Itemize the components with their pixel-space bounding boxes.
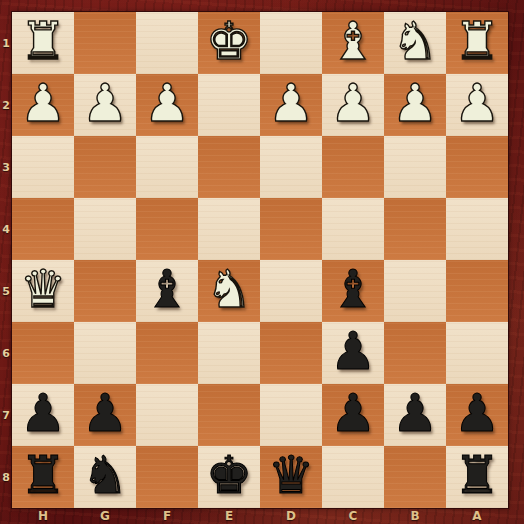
rank-label-7: 7 (0, 384, 12, 446)
white-pawn-a2[interactable]: ♟ (454, 77, 501, 129)
square-g7[interactable]: ♟ (74, 384, 136, 446)
square-g1[interactable] (74, 12, 136, 74)
file-label-h: H (12, 508, 74, 524)
black-pawn-b7[interactable]: ♟ (392, 387, 439, 439)
square-c4[interactable] (322, 198, 384, 260)
black-knight-g8[interactable]: ♞ (82, 449, 129, 501)
square-e2[interactable] (198, 74, 260, 136)
black-rook-a8[interactable]: ♜ (454, 449, 501, 501)
square-f3[interactable] (136, 136, 198, 198)
square-h8[interactable]: ♜ (12, 446, 74, 508)
square-g6[interactable] (74, 322, 136, 384)
square-b6[interactable] (384, 322, 446, 384)
square-d4[interactable] (260, 198, 322, 260)
file-label-a: A (446, 508, 508, 524)
square-b1[interactable]: ♞ (384, 12, 446, 74)
square-h1[interactable]: ♜ (12, 12, 74, 74)
square-h2[interactable]: ♟ (12, 74, 74, 136)
white-knight-b1[interactable]: ♞ (392, 15, 439, 67)
square-b3[interactable] (384, 136, 446, 198)
white-knight-e5[interactable]: ♞ (206, 263, 253, 315)
square-g5[interactable] (74, 260, 136, 322)
square-a7[interactable]: ♟ (446, 384, 508, 446)
square-f7[interactable] (136, 384, 198, 446)
black-king-e8[interactable]: ♚ (206, 449, 253, 501)
square-h7[interactable]: ♟ (12, 384, 74, 446)
square-g8[interactable]: ♞ (74, 446, 136, 508)
white-bishop-c1[interactable]: ♝ (330, 15, 377, 67)
square-b8[interactable] (384, 446, 446, 508)
square-e5[interactable]: ♞ (198, 260, 260, 322)
black-bishop-f5[interactable]: ♝ (144, 263, 191, 315)
black-pawn-g7[interactable]: ♟ (82, 387, 129, 439)
square-f8[interactable] (136, 446, 198, 508)
white-pawn-f2[interactable]: ♟ (144, 77, 191, 129)
square-c1[interactable]: ♝ (322, 12, 384, 74)
rank-label-5: 5 (0, 260, 12, 322)
square-a1[interactable]: ♜ (446, 12, 508, 74)
black-rook-h8[interactable]: ♜ (20, 449, 67, 501)
rank-label-2: 2 (0, 74, 12, 136)
rank-label-3: 3 (0, 136, 12, 198)
white-pawn-h2[interactable]: ♟ (20, 77, 67, 129)
square-c6[interactable]: ♟ (322, 322, 384, 384)
square-b5[interactable] (384, 260, 446, 322)
square-d3[interactable] (260, 136, 322, 198)
square-e6[interactable] (198, 322, 260, 384)
square-a3[interactable] (446, 136, 508, 198)
square-d2[interactable]: ♟ (260, 74, 322, 136)
black-pawn-a7[interactable]: ♟ (454, 387, 501, 439)
square-b2[interactable]: ♟ (384, 74, 446, 136)
square-a6[interactable] (446, 322, 508, 384)
rank-label-1: 1 (0, 12, 12, 74)
square-c2[interactable]: ♟ (322, 74, 384, 136)
square-d1[interactable] (260, 12, 322, 74)
square-f2[interactable]: ♟ (136, 74, 198, 136)
square-h6[interactable] (12, 322, 74, 384)
rank-label-6: 6 (0, 322, 12, 384)
board-frame: 12345678 ♜♚♝♞♜♟♟♟♟♟♟♟♛♝♞♝♟♟♟♟♟♟♜♞♚♛♜ HGF… (0, 0, 524, 524)
square-g2[interactable]: ♟ (74, 74, 136, 136)
square-g3[interactable] (74, 136, 136, 198)
white-king-e1[interactable]: ♚ (206, 15, 253, 67)
file-label-g: G (74, 508, 136, 524)
black-queen-d8[interactable]: ♛ (268, 449, 315, 501)
square-d8[interactable]: ♛ (260, 446, 322, 508)
square-a5[interactable] (446, 260, 508, 322)
file-label-f: F (136, 508, 198, 524)
rank-labels: 12345678 (0, 12, 12, 508)
square-c3[interactable] (322, 136, 384, 198)
square-e4[interactable] (198, 198, 260, 260)
file-label-c: C (322, 508, 384, 524)
square-c5[interactable]: ♝ (322, 260, 384, 322)
black-pawn-c7[interactable]: ♟ (330, 387, 377, 439)
square-h4[interactable] (12, 198, 74, 260)
chess-board: ♜♚♝♞♜♟♟♟♟♟♟♟♛♝♞♝♟♟♟♟♟♟♜♞♚♛♜ (12, 12, 508, 508)
square-h5[interactable]: ♛ (12, 260, 74, 322)
square-c7[interactable]: ♟ (322, 384, 384, 446)
rank-label-8: 8 (0, 446, 12, 508)
square-e7[interactable] (198, 384, 260, 446)
black-bishop-c5[interactable]: ♝ (330, 263, 377, 315)
square-f4[interactable] (136, 198, 198, 260)
square-a2[interactable]: ♟ (446, 74, 508, 136)
square-d7[interactable] (260, 384, 322, 446)
square-h3[interactable] (12, 136, 74, 198)
square-f6[interactable] (136, 322, 198, 384)
square-d5[interactable] (260, 260, 322, 322)
file-label-e: E (198, 508, 260, 524)
white-pawn-d2[interactable]: ♟ (268, 77, 315, 129)
white-pawn-g2[interactable]: ♟ (82, 77, 129, 129)
square-f1[interactable] (136, 12, 198, 74)
black-pawn-h7[interactable]: ♟ (20, 387, 67, 439)
white-queen-h5[interactable]: ♛ (20, 263, 67, 315)
square-a8[interactable]: ♜ (446, 446, 508, 508)
square-e8[interactable]: ♚ (198, 446, 260, 508)
square-g4[interactable] (74, 198, 136, 260)
square-a4[interactable] (446, 198, 508, 260)
rank-label-4: 4 (0, 198, 12, 260)
white-pawn-c2[interactable]: ♟ (330, 77, 377, 129)
black-pawn-c6[interactable]: ♟ (330, 325, 377, 377)
white-pawn-b2[interactable]: ♟ (392, 77, 439, 129)
square-e3[interactable] (198, 136, 260, 198)
file-label-b: B (384, 508, 446, 524)
square-b7[interactable]: ♟ (384, 384, 446, 446)
square-f5[interactable]: ♝ (136, 260, 198, 322)
square-d6[interactable] (260, 322, 322, 384)
square-c8[interactable] (322, 446, 384, 508)
white-rook-a1[interactable]: ♜ (454, 15, 501, 67)
square-e1[interactable]: ♚ (198, 12, 260, 74)
white-rook-h1[interactable]: ♜ (20, 15, 67, 67)
file-labels: HGFEDCBA (12, 508, 508, 524)
file-label-d: D (260, 508, 322, 524)
square-b4[interactable] (384, 198, 446, 260)
